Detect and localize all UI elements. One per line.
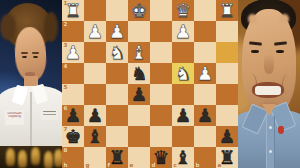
left-player-photo: simonsen vogtwiig bbox=[0, 0, 62, 168]
square-g1[interactable] bbox=[84, 0, 106, 21]
piece-black-rook[interactable]: ♜ bbox=[109, 147, 126, 168]
sponsor-patch: simonsen vogtwiig bbox=[5, 110, 24, 125]
piece-black-pawn[interactable]: ♟ bbox=[87, 105, 104, 126]
left-player-hair-tuft bbox=[0, 14, 16, 40]
square-a4[interactable] bbox=[216, 63, 238, 84]
piece-white-pawn[interactable]: ♟ bbox=[175, 21, 192, 42]
square-e6[interactable] bbox=[128, 105, 150, 126]
square-d4[interactable] bbox=[150, 63, 172, 84]
square-a5[interactable] bbox=[216, 84, 238, 105]
piece-white-knight[interactable]: ♞ bbox=[175, 63, 192, 84]
square-d2[interactable] bbox=[150, 21, 172, 42]
right-player-photo bbox=[238, 0, 300, 168]
file-label-a: a bbox=[218, 162, 222, 168]
left-player-brow bbox=[32, 52, 39, 54]
square-f2[interactable]: ♟ bbox=[106, 21, 128, 42]
square-e1[interactable]: ♚ bbox=[128, 0, 150, 21]
file-label-d: d bbox=[152, 162, 156, 168]
red-polo-logo bbox=[278, 126, 284, 134]
piece-white-pawn[interactable]: ♟ bbox=[109, 21, 126, 42]
rank-label-2: 2 bbox=[64, 21, 68, 27]
sponsor-patch bbox=[41, 108, 58, 120]
rank-label-4: 4 bbox=[64, 63, 68, 69]
right-player-nose bbox=[264, 54, 274, 74]
square-a7[interactable]: ♟ bbox=[216, 126, 238, 147]
square-g8[interactable]: g bbox=[84, 147, 106, 168]
square-d1[interactable] bbox=[150, 0, 172, 21]
square-a2[interactable] bbox=[216, 21, 238, 42]
shirt-button bbox=[269, 150, 272, 153]
square-h1[interactable]: 1♜ bbox=[62, 0, 84, 21]
piece-white-rook[interactable]: ♜ bbox=[219, 0, 236, 21]
square-c1[interactable]: ♛ bbox=[172, 0, 194, 21]
square-c3[interactable] bbox=[172, 42, 194, 63]
square-a8[interactable]: a♜ bbox=[216, 147, 238, 168]
square-g5[interactable] bbox=[84, 84, 106, 105]
wooden-chess-piece bbox=[54, 149, 62, 167]
square-a1[interactable]: ♜ bbox=[216, 0, 238, 21]
square-b7[interactable] bbox=[194, 126, 216, 147]
piece-white-pawn[interactable]: ♟ bbox=[197, 63, 214, 84]
square-a3[interactable] bbox=[216, 42, 238, 63]
square-f6[interactable] bbox=[106, 105, 128, 126]
file-label-c: c bbox=[174, 162, 177, 168]
square-c5[interactable] bbox=[172, 84, 194, 105]
chess-board[interactable]: 1♜♚♛♜2♟♟♟3♟♞♝4♞♞♟5♟6♟♟♟♟7♚♝♟8hgf♜ed♛c♝ba… bbox=[62, 0, 238, 168]
square-b2[interactable] bbox=[194, 21, 216, 42]
square-f5[interactable] bbox=[106, 84, 128, 105]
square-d5[interactable] bbox=[150, 84, 172, 105]
square-e3[interactable]: ♝ bbox=[128, 42, 150, 63]
square-c6[interactable]: ♟ bbox=[172, 105, 194, 126]
file-label-g: g bbox=[86, 162, 90, 168]
square-h2[interactable]: 2 bbox=[62, 21, 84, 42]
piece-white-pawn[interactable]: ♟ bbox=[87, 21, 104, 42]
square-f3[interactable]: ♞ bbox=[106, 42, 128, 63]
shirt-placket bbox=[266, 116, 275, 168]
receding-hairline bbox=[280, 14, 289, 24]
square-e5[interactable]: ♟ bbox=[128, 84, 150, 105]
piece-black-bishop[interactable]: ♝ bbox=[175, 147, 192, 168]
square-b4[interactable]: ♟ bbox=[194, 63, 216, 84]
left-player-hair-tuft bbox=[44, 12, 58, 42]
square-e7[interactable] bbox=[128, 126, 150, 147]
right-player-teeth bbox=[255, 86, 281, 95]
square-a6[interactable] bbox=[216, 105, 238, 126]
square-f8[interactable]: f♜ bbox=[106, 147, 128, 168]
square-f4[interactable] bbox=[106, 63, 128, 84]
square-d3[interactable] bbox=[150, 42, 172, 63]
piece-white-queen[interactable]: ♛ bbox=[175, 0, 192, 21]
square-h8[interactable]: 8h bbox=[62, 147, 84, 168]
square-h6[interactable]: 6♟ bbox=[62, 105, 84, 126]
wooden-chess-piece bbox=[31, 147, 40, 165]
square-c7[interactable] bbox=[172, 126, 194, 147]
square-h4[interactable]: 4 bbox=[62, 63, 84, 84]
file-label-e: e bbox=[130, 162, 134, 168]
piece-white-bishop[interactable]: ♝ bbox=[131, 42, 148, 63]
square-e4[interactable]: ♞ bbox=[128, 63, 150, 84]
square-b6[interactable]: ♟ bbox=[194, 105, 216, 126]
square-g7[interactable]: ♝ bbox=[84, 126, 106, 147]
square-c4[interactable]: ♞ bbox=[172, 63, 194, 84]
square-h7[interactable]: 7♚ bbox=[62, 126, 84, 147]
square-g4[interactable] bbox=[84, 63, 106, 84]
square-b3[interactable] bbox=[194, 42, 216, 63]
square-g6[interactable]: ♟ bbox=[84, 105, 106, 126]
square-f1[interactable] bbox=[106, 0, 128, 21]
shirt-button bbox=[269, 126, 272, 129]
piece-black-pawn[interactable]: ♟ bbox=[219, 126, 236, 147]
wooden-chess-piece bbox=[6, 148, 15, 166]
sponsor-patch-text: vogtwiig bbox=[8, 114, 21, 118]
square-h3[interactable]: 3♟ bbox=[62, 42, 84, 63]
piece-white-king[interactable]: ♚ bbox=[131, 0, 148, 21]
square-f7[interactable] bbox=[106, 126, 128, 147]
piece-black-pawn[interactable]: ♟ bbox=[131, 84, 148, 105]
wooden-chess-piece bbox=[44, 151, 53, 168]
wooden-chess-piece bbox=[18, 150, 27, 168]
square-e2[interactable] bbox=[128, 21, 150, 42]
right-player-eye bbox=[276, 50, 284, 53]
file-label-f: f bbox=[108, 162, 110, 168]
square-b5[interactable] bbox=[194, 84, 216, 105]
square-b8[interactable]: b bbox=[194, 147, 216, 168]
square-d6[interactable] bbox=[150, 105, 172, 126]
piece-black-knight[interactable]: ♞ bbox=[131, 63, 148, 84]
square-d8[interactable]: d♛ bbox=[150, 147, 172, 168]
receding-hairline bbox=[248, 14, 257, 24]
rank-label-5: 5 bbox=[64, 84, 68, 90]
left-player-brow bbox=[21, 52, 28, 54]
thumbnail: simonsen vogtwiig 1♜♚♛♜2♟♟♟3♟♞♝4♞♞♟5♟6♟♟… bbox=[0, 0, 300, 168]
square-d7[interactable] bbox=[150, 126, 172, 147]
square-h5[interactable]: 5 bbox=[62, 84, 84, 105]
square-b1[interactable] bbox=[194, 0, 216, 21]
rank-label-3: 3 bbox=[64, 42, 68, 48]
piece-black-bishop[interactable]: ♝ bbox=[87, 126, 104, 147]
file-label-h: h bbox=[64, 162, 68, 168]
square-c2[interactable]: ♟ bbox=[172, 21, 194, 42]
piece-black-pawn[interactable]: ♟ bbox=[175, 105, 192, 126]
rank-label-1: 1 bbox=[64, 0, 68, 6]
rank-label-7: 7 bbox=[64, 126, 68, 132]
rank-label-8: 8 bbox=[64, 147, 68, 153]
piece-white-knight[interactable]: ♞ bbox=[109, 42, 126, 63]
rank-label-6: 6 bbox=[64, 105, 68, 111]
file-label-b: b bbox=[196, 162, 200, 168]
square-g2[interactable]: ♟ bbox=[84, 21, 106, 42]
jacket-zipper bbox=[30, 92, 32, 150]
piece-black-pawn[interactable]: ♟ bbox=[197, 105, 214, 126]
square-c8[interactable]: c♝ bbox=[172, 147, 194, 168]
square-g3[interactable] bbox=[84, 42, 106, 63]
right-player-eye bbox=[251, 50, 259, 53]
square-e8[interactable]: e bbox=[128, 147, 150, 168]
